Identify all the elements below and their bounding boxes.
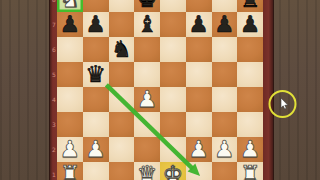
square-e4[interactable] <box>160 87 186 112</box>
square-g4[interactable] <box>212 87 238 112</box>
square-c2[interactable] <box>109 137 135 162</box>
square-c3[interactable] <box>109 112 135 137</box>
square-d3[interactable] <box>134 112 160 137</box>
black-pawn-b7[interactable]: ♟ <box>83 12 109 37</box>
square-b1[interactable] <box>83 162 109 180</box>
square-f4[interactable] <box>186 87 212 112</box>
black-bishop-d7[interactable]: ♝ <box>134 12 160 37</box>
square-g1[interactable] <box>212 162 238 180</box>
mouse-cursor-icon <box>281 98 288 109</box>
square-d5[interactable] <box>134 62 160 87</box>
square-g5[interactable] <box>212 62 238 87</box>
square-f5[interactable] <box>186 62 212 87</box>
video-frame: 87654321 ♞♚♜♟♟♝♟♟♟♞♛♟♟♟♟♟♟♜♛♚♜ <box>0 0 320 180</box>
square-c5[interactable] <box>109 62 135 87</box>
white-queen-d1[interactable]: ♛ <box>134 162 160 180</box>
square-b6[interactable] <box>83 37 109 62</box>
square-b4[interactable] <box>83 87 109 112</box>
white-pawn-d4[interactable]: ♟ <box>134 87 160 112</box>
square-e5[interactable] <box>160 62 186 87</box>
square-h3[interactable] <box>237 112 263 137</box>
board-border-right <box>263 0 274 180</box>
white-pawn-b2[interactable]: ♟ <box>83 137 109 162</box>
square-d6[interactable] <box>134 37 160 62</box>
white-rook-a1[interactable]: ♜ <box>57 162 83 180</box>
black-pawn-f7[interactable]: ♟ <box>186 12 212 37</box>
white-king-e1[interactable]: ♚ <box>160 162 186 180</box>
white-rook-h1[interactable]: ♜ <box>237 162 263 180</box>
square-f1[interactable] <box>186 162 212 180</box>
chess-board: ♞♚♜♟♟♝♟♟♟♞♛♟♟♟♟♟♟♜♛♚♜ <box>57 0 263 180</box>
square-a3[interactable] <box>57 112 83 137</box>
square-a5[interactable] <box>57 62 83 87</box>
white-pawn-g2[interactable]: ♟ <box>212 137 238 162</box>
black-pawn-a7[interactable]: ♟ <box>57 12 83 37</box>
square-b3[interactable] <box>83 112 109 137</box>
square-c7[interactable] <box>109 12 135 37</box>
square-e7[interactable] <box>160 12 186 37</box>
square-e3[interactable] <box>160 112 186 137</box>
white-pawn-h2[interactable]: ♟ <box>237 137 263 162</box>
square-f3[interactable] <box>186 112 212 137</box>
white-pawn-f2[interactable]: ♟ <box>186 137 212 162</box>
square-a4[interactable] <box>57 87 83 112</box>
square-c1[interactable] <box>109 162 135 180</box>
square-e8[interactable] <box>160 0 186 12</box>
square-d2[interactable] <box>134 137 160 162</box>
square-e2[interactable] <box>160 137 186 162</box>
square-a6[interactable] <box>57 37 83 62</box>
square-h5[interactable] <box>237 62 263 87</box>
square-g6[interactable] <box>212 37 238 62</box>
square-h6[interactable] <box>237 37 263 62</box>
square-f6[interactable] <box>186 37 212 62</box>
black-knight-c6[interactable]: ♞ <box>109 37 135 62</box>
black-queen-b5[interactable]: ♛ <box>83 62 109 87</box>
white-pawn-a2[interactable]: ♟ <box>57 137 83 162</box>
square-g3[interactable] <box>212 112 238 137</box>
square-h4[interactable] <box>237 87 263 112</box>
black-pawn-h7[interactable]: ♟ <box>237 12 263 37</box>
black-pawn-g7[interactable]: ♟ <box>212 12 238 37</box>
square-c4[interactable] <box>109 87 135 112</box>
square-c8[interactable] <box>109 0 135 12</box>
square-e6[interactable] <box>160 37 186 62</box>
